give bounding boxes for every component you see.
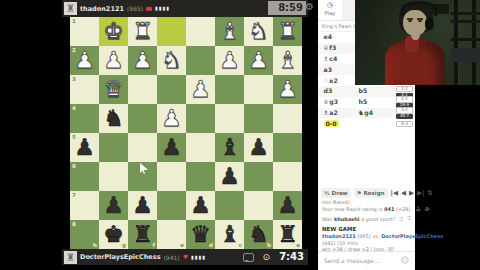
game-controls: ½ Draw ⚑ Resign |◀ ◀ ▶ ▶| ⇅ xyxy=(321,188,413,198)
white-move[interactable]: ♕f3 xyxy=(323,44,336,52)
bottom-player-clock: 7:43 xyxy=(279,249,304,265)
white-piece-b2[interactable]: ♟ xyxy=(244,46,273,75)
thumbs-down-icon[interactable]: ☟ xyxy=(407,215,411,223)
move-times: 2.1 29.9 xyxy=(396,97,413,108)
square-c1[interactable]: ♝ xyxy=(215,17,244,46)
white-move-time: 9.3 xyxy=(396,121,413,128)
square-h4[interactable]: 4 xyxy=(70,104,99,133)
square-e1[interactable] xyxy=(157,17,186,46)
square-f1[interactable]: ♜ xyxy=(128,17,157,46)
white-piece-f2[interactable]: ♟ xyxy=(128,46,157,75)
rank-label: 8 xyxy=(72,221,76,227)
square-d7[interactable]: ♟ xyxy=(186,191,215,220)
white-piece-a3[interactable]: ♟ xyxy=(273,75,302,104)
square-h6[interactable]: 6 xyxy=(70,162,99,191)
chat-input[interactable]: Send a message... xyxy=(324,257,379,264)
sport-suffix: a good sport? xyxy=(360,216,396,222)
black-piece-a7[interactable]: ♟ xyxy=(273,191,302,220)
focus-mode-icon[interactable]: ⊙ xyxy=(263,253,271,262)
white-piece-e4[interactable]: ♟ xyxy=(157,104,186,133)
black-move[interactable]: ♞g4 xyxy=(358,109,373,117)
vs-text: (965) vs. xyxy=(356,233,381,239)
black-piece-g7[interactable]: ♟ xyxy=(99,191,128,220)
square-b7[interactable] xyxy=(244,191,273,220)
square-c2[interactable]: ♟ xyxy=(215,46,244,75)
nav-next-button[interactable]: ▶ xyxy=(409,189,414,197)
square-e5[interactable]: ♟ xyxy=(157,133,186,162)
rank-label: 1 xyxy=(72,18,76,24)
square-a3[interactable]: ♟ xyxy=(273,75,302,104)
square-c5[interactable]: ♝ xyxy=(215,133,244,162)
square-h2[interactable]: 2♟ xyxy=(70,46,99,75)
white-move[interactable]: 0-0 xyxy=(323,120,339,128)
bottom-player-tick-marks: ▮▮▮▮ xyxy=(191,255,206,260)
black-move[interactable] xyxy=(358,120,359,128)
move-times: 3.2 45.7 xyxy=(396,108,413,119)
square-f7[interactable]: ♟ xyxy=(128,191,157,220)
new-game-players: thadon2121 (965) vs. DoctorPlaysEpicChes… xyxy=(322,233,443,239)
black-piece-d8[interactable]: ♛ xyxy=(186,220,215,249)
black-piece-d7[interactable]: ♟ xyxy=(186,191,215,220)
square-g1[interactable]: ♚ xyxy=(99,17,128,46)
square-a7[interactable]: ♟ xyxy=(273,191,302,220)
rating-text: Your new Rapid rating is xyxy=(322,206,384,212)
square-f8[interactable]: f♜ xyxy=(128,220,157,249)
square-a6[interactable] xyxy=(273,162,302,191)
heart-icon: ♥ xyxy=(183,254,188,260)
square-g3[interactable]: ♛ xyxy=(99,75,128,104)
white-piece-h2[interactable]: ♟ xyxy=(70,46,99,75)
square-b3[interactable] xyxy=(244,75,273,104)
square-d8[interactable]: d♛ xyxy=(186,220,215,249)
square-c8[interactable]: c♝ xyxy=(215,220,244,249)
square-e4[interactable]: ♟ xyxy=(157,104,186,133)
white-move[interactable]: ♗c4 xyxy=(323,55,337,63)
webcam-video xyxy=(355,0,480,85)
black-piece-b5[interactable]: ♟ xyxy=(244,133,273,162)
square-h8[interactable]: 8h xyxy=(70,220,99,249)
file-label: e xyxy=(180,242,184,248)
square-g6[interactable] xyxy=(99,162,128,191)
square-f4[interactable] xyxy=(128,104,157,133)
square-h5[interactable]: 5♟ xyxy=(70,133,99,162)
gear-icon[interactable]: ⚙ xyxy=(305,2,314,12)
block-icon[interactable]: ⊘ xyxy=(425,205,430,212)
square-e3[interactable] xyxy=(157,75,186,104)
chat-bubble-icon[interactable] xyxy=(243,253,254,262)
square-b1[interactable]: ♞ xyxy=(244,17,273,46)
square-d1[interactable] xyxy=(186,17,215,46)
black-piece-f7[interactable]: ♟ xyxy=(128,191,157,220)
resign-button[interactable]: ⚑ Resign xyxy=(354,188,388,198)
square-b2[interactable]: ♟ xyxy=(244,46,273,75)
white-piece-g2[interactable]: ♟ xyxy=(99,46,128,75)
nav-last-button[interactable]: ▶| xyxy=(417,189,424,197)
move-times: 2.2 4.1 xyxy=(396,86,413,97)
white-player-link[interactable]: thadon2121 xyxy=(322,233,356,239)
black-piece-b8[interactable]: ♞ xyxy=(244,220,273,249)
rating-value: 941 xyxy=(384,206,394,212)
square-e8[interactable]: e xyxy=(157,220,186,249)
square-d5[interactable] xyxy=(186,133,215,162)
black-piece-h5[interactable]: ♟ xyxy=(70,133,99,162)
square-d4[interactable] xyxy=(186,104,215,133)
nav-prev-button[interactable]: ◀ xyxy=(401,189,406,197)
top-player-name[interactable]: thadon2121 xyxy=(80,5,124,13)
tab-play[interactable]: ◷ Play xyxy=(318,0,342,20)
square-c3[interactable] xyxy=(215,75,244,104)
white-move[interactable]: ♗a2 xyxy=(323,109,338,117)
square-a8[interactable]: a♜ xyxy=(273,220,302,249)
rank-label: 7 xyxy=(72,192,76,198)
top-player-clock: 8:59 xyxy=(268,1,306,15)
square-d6[interactable] xyxy=(186,162,215,191)
black-piece-c8[interactable]: ♝ xyxy=(215,220,244,249)
draw-button[interactable]: ½ Draw xyxy=(321,188,351,198)
rank-label: 6 xyxy=(72,163,76,169)
move-row[interactable]: d3 b5 2.2 4.1 xyxy=(318,86,415,97)
square-h3[interactable]: 3 xyxy=(70,75,99,104)
white-piece-g1[interactable]: ♚ xyxy=(99,17,128,46)
nav-first-button[interactable]: |◀ xyxy=(391,189,398,197)
white-piece-c2[interactable]: ♟ xyxy=(215,46,244,75)
opponent-name-link[interactable]: khubashi xyxy=(334,216,360,222)
black-piece-g8[interactable]: ♚ xyxy=(99,220,128,249)
black-player-link[interactable]: DoctorPlaysEpicChess xyxy=(381,233,443,239)
white-piece-d3[interactable]: ♟ xyxy=(186,75,215,104)
new-game-header: NEW GAME xyxy=(322,226,356,232)
square-g8[interactable]: g♚ xyxy=(99,220,128,249)
move-settings-icon[interactable]: ⇅ xyxy=(427,189,432,197)
square-e6[interactable] xyxy=(157,162,186,191)
rating-delta: (+28). xyxy=(394,206,412,212)
square-e2[interactable]: ♞ xyxy=(157,46,186,75)
bottom-player-rating: (941) xyxy=(164,254,180,261)
square-f2[interactable]: ♟ xyxy=(128,46,157,75)
black-piece-c6[interactable]: ♟ xyxy=(215,162,244,191)
white-piece-e2[interactable]: ♞ xyxy=(157,46,186,75)
sport-prefix: Was xyxy=(322,216,334,222)
square-d2[interactable] xyxy=(186,46,215,75)
good-sport-line: Was khubashi a good sport? ☝ ☟ xyxy=(322,215,411,223)
white-piece-a2[interactable]: ♝ xyxy=(273,46,302,75)
add-friend-icon[interactable]: ♙ xyxy=(416,205,421,212)
square-b6[interactable] xyxy=(244,162,273,191)
bottom-player-bar: ♜ DoctorPlaysEpicChess (941) ♥ ▮▮▮▮ ⊙ 7:… xyxy=(62,249,308,265)
square-a1[interactable]: ♜ xyxy=(273,17,302,46)
webcam-tint xyxy=(355,0,480,85)
white-piece-g3[interactable]: ♛ xyxy=(99,75,128,104)
square-b4[interactable] xyxy=(244,104,273,133)
stopwatch-icon: ◷ xyxy=(318,2,342,9)
black-move[interactable]: h5 xyxy=(358,98,367,106)
square-f3[interactable] xyxy=(128,75,157,104)
square-g4[interactable]: ♞ xyxy=(99,104,128,133)
white-piece-c1[interactable]: ♝ xyxy=(215,17,244,46)
new-rating-line: Your new Rapid rating is 941 (+28). ♙ ⊘ xyxy=(322,205,430,212)
white-move[interactable]: a3 xyxy=(323,66,332,74)
square-g7[interactable]: ♟ xyxy=(99,191,128,220)
square-a4[interactable] xyxy=(273,104,302,133)
rank-label: 4 xyxy=(72,105,76,111)
square-c6[interactable]: ♟ xyxy=(215,162,244,191)
white-move[interactable]: ♕g3 xyxy=(323,98,338,106)
black-piece-e5[interactable]: ♟ xyxy=(157,133,186,162)
rank-label: 3 xyxy=(72,76,76,82)
top-player-tick-marks: ▮▮▮▮ xyxy=(155,6,170,11)
move-row[interactable]: 0-0 9.3 xyxy=(318,118,415,129)
square-g5[interactable] xyxy=(99,133,128,162)
move-times: 9.3 xyxy=(396,118,413,129)
thumbs-up-icon[interactable]: ☝ xyxy=(399,215,403,223)
chess-board[interactable]: 1♚♜♝♞♜2♟♟♟♞♟♟♝3♛♟♟4♞♟5♟♟♝♟6♟7♟♟♟♟8hg♚f♜e… xyxy=(70,17,302,249)
square-b8[interactable]: b♞ xyxy=(244,220,273,249)
black-piece-f8[interactable]: ♜ xyxy=(128,220,157,249)
flag-icon xyxy=(146,7,152,11)
tab-play-label: Play xyxy=(318,10,342,16)
white-move[interactable]: ♘e2 xyxy=(323,77,338,85)
square-a5[interactable] xyxy=(273,133,302,162)
file-label: h xyxy=(93,242,97,248)
black-move[interactable]: b5 xyxy=(358,87,367,95)
white-move[interactable]: e4 xyxy=(323,33,332,41)
white-piece-b1[interactable]: ♞ xyxy=(244,17,273,46)
square-g2[interactable]: ♟ xyxy=(99,46,128,75)
black-piece-a8[interactable]: ♜ xyxy=(273,220,302,249)
square-h1[interactable]: 1 xyxy=(70,17,99,46)
black-piece-c5[interactable]: ♝ xyxy=(215,133,244,162)
square-c7[interactable] xyxy=(215,191,244,220)
white-move[interactable]: d3 xyxy=(323,87,332,95)
white-piece-f1[interactable]: ♜ xyxy=(128,17,157,46)
square-c4[interactable] xyxy=(215,104,244,133)
bottom-player-avatar[interactable]: ♜ xyxy=(64,251,77,264)
black-piece-g4[interactable]: ♞ xyxy=(99,104,128,133)
emoji-icon[interactable]: ☺ xyxy=(401,256,409,265)
top-player-avatar[interactable]: ♜ xyxy=(64,2,77,15)
square-e7[interactable] xyxy=(157,191,186,220)
square-b5[interactable]: ♟ xyxy=(244,133,273,162)
square-h7[interactable]: 7 xyxy=(70,191,99,220)
chat-input-row: Send a message... ☺ xyxy=(318,251,415,270)
square-a2[interactable]: ♝ xyxy=(273,46,302,75)
white-piece-a1[interactable]: ♜ xyxy=(273,17,302,46)
bottom-player-name[interactable]: DoctorPlaysEpicChess xyxy=(80,253,161,261)
move-row[interactable]: ♗a2 ♞g4 3.2 45.7 xyxy=(318,108,415,119)
top-player-rating: (965) xyxy=(127,5,143,12)
square-d3[interactable]: ♟ xyxy=(186,75,215,104)
move-row[interactable]: ♕g3 h5 2.1 29.9 xyxy=(318,97,415,108)
square-f5[interactable] xyxy=(128,133,157,162)
